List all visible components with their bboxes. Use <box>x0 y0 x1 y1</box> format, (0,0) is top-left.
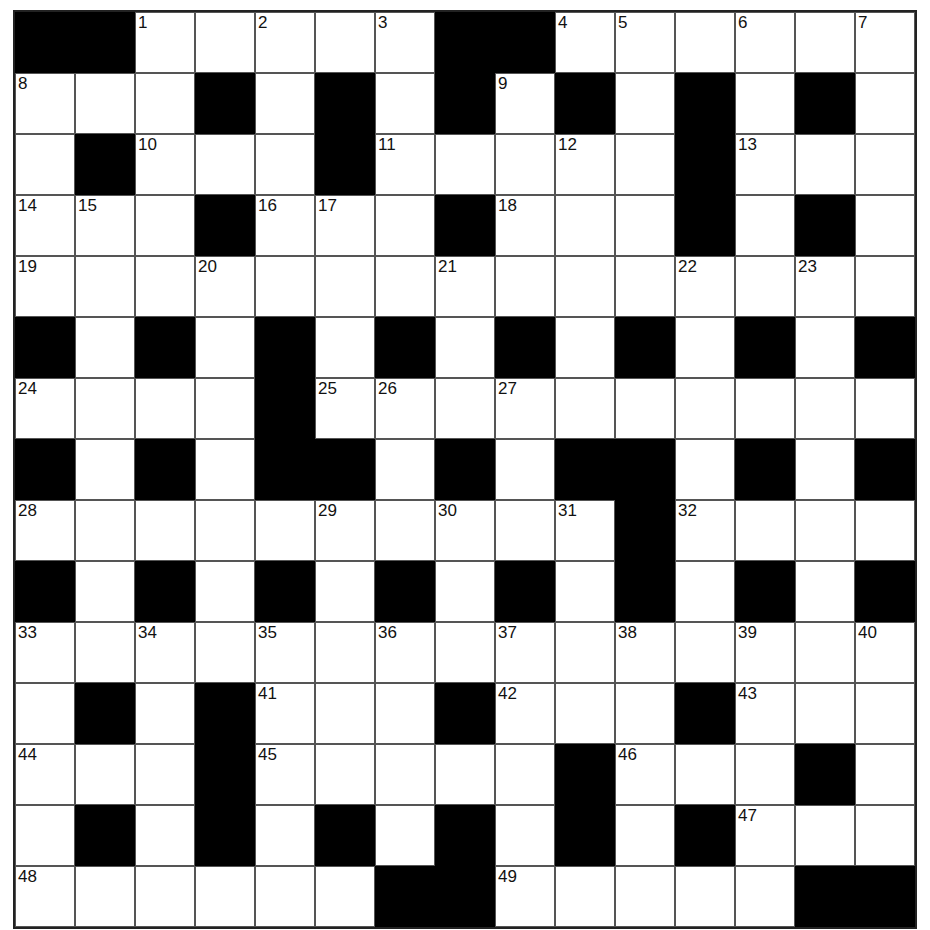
letter-cell[interactable]: 21 <box>435 256 495 317</box>
letter-cell[interactable] <box>135 195 195 256</box>
letter-cell[interactable]: 10 <box>135 134 195 195</box>
letter-cell[interactable] <box>195 317 255 378</box>
letter-cell[interactable] <box>375 683 435 744</box>
clue-number: 31 <box>558 501 577 521</box>
letter-cell[interactable] <box>375 744 435 805</box>
letter-cell[interactable] <box>855 805 915 866</box>
letter-cell[interactable] <box>795 378 855 439</box>
letter-cell[interactable] <box>855 378 915 439</box>
letter-cell[interactable] <box>315 561 375 622</box>
letter-cell[interactable] <box>795 622 855 683</box>
clue-number: 38 <box>618 623 637 643</box>
block-cell <box>435 683 495 744</box>
clue-number: 11 <box>378 135 396 155</box>
letter-cell[interactable] <box>795 500 855 561</box>
clue-number: 30 <box>438 501 457 521</box>
block-cell <box>855 561 915 622</box>
letter-cell[interactable] <box>615 195 675 256</box>
letter-cell[interactable]: 11 <box>375 134 435 195</box>
letter-cell[interactable] <box>495 500 555 561</box>
letter-cell[interactable] <box>615 378 675 439</box>
block-cell <box>195 73 255 134</box>
block-cell <box>495 561 555 622</box>
clue-number: 21 <box>438 257 457 277</box>
block-cell <box>135 561 195 622</box>
clue-number: 35 <box>258 623 277 643</box>
clue-number: 8 <box>18 74 27 94</box>
letter-cell[interactable] <box>795 561 855 622</box>
letter-cell[interactable] <box>75 256 135 317</box>
clue-number: 40 <box>858 623 877 643</box>
block-cell <box>195 195 255 256</box>
block-cell <box>615 500 675 561</box>
block-cell <box>435 73 495 134</box>
letter-cell[interactable] <box>495 439 555 500</box>
clue-number: 32 <box>678 501 697 521</box>
letter-cell[interactable] <box>375 256 435 317</box>
letter-cell[interactable] <box>735 256 795 317</box>
letter-cell[interactable] <box>615 134 675 195</box>
letter-cell[interactable] <box>675 866 735 927</box>
block-cell <box>255 439 315 500</box>
clue-number: 28 <box>18 501 37 521</box>
letter-cell[interactable]: 18 <box>495 195 555 256</box>
clue-number: 41 <box>258 684 277 704</box>
letter-cell[interactable] <box>675 317 735 378</box>
letter-cell[interactable] <box>315 622 375 683</box>
letter-cell[interactable] <box>795 12 855 73</box>
letter-cell[interactable]: 30 <box>435 500 495 561</box>
block-cell <box>615 317 675 378</box>
letter-cell[interactable] <box>675 561 735 622</box>
letter-cell[interactable] <box>195 866 255 927</box>
letter-cell[interactable]: 34 <box>135 622 195 683</box>
letter-cell[interactable] <box>195 561 255 622</box>
block-cell <box>675 195 735 256</box>
letter-cell[interactable] <box>615 805 675 866</box>
letter-cell[interactable] <box>435 317 495 378</box>
letter-cell[interactable] <box>735 195 795 256</box>
letter-cell[interactable]: 9 <box>495 73 555 134</box>
block-cell <box>615 561 675 622</box>
letter-cell[interactable]: 35 <box>255 622 315 683</box>
clue-number: 44 <box>18 745 37 765</box>
letter-cell[interactable]: 15 <box>75 195 135 256</box>
letter-cell[interactable] <box>795 439 855 500</box>
letter-cell[interactable]: 28 <box>15 500 75 561</box>
letter-cell[interactable]: 24 <box>15 378 75 439</box>
letter-cell[interactable] <box>675 439 735 500</box>
letter-cell[interactable] <box>735 73 795 134</box>
block-cell <box>435 12 495 73</box>
letter-cell[interactable] <box>75 561 135 622</box>
clue-number: 37 <box>498 623 517 643</box>
letter-cell[interactable] <box>135 866 195 927</box>
letter-cell[interactable]: 43 <box>735 683 795 744</box>
block-cell <box>795 195 855 256</box>
letter-cell[interactable] <box>555 317 615 378</box>
clue-number: 33 <box>18 623 37 643</box>
letter-cell[interactable] <box>855 195 915 256</box>
block-cell <box>255 561 315 622</box>
clue-number: 39 <box>738 623 757 643</box>
letter-cell[interactable] <box>435 378 495 439</box>
block-cell <box>75 805 135 866</box>
letter-cell[interactable] <box>795 805 855 866</box>
letter-cell[interactable] <box>675 378 735 439</box>
block-cell <box>15 439 75 500</box>
block-cell <box>795 73 855 134</box>
letter-cell[interactable]: 23 <box>795 256 855 317</box>
letter-cell[interactable] <box>315 317 375 378</box>
block-cell <box>195 805 255 866</box>
clue-number: 5 <box>618 13 627 33</box>
letter-cell[interactable] <box>135 683 195 744</box>
letter-cell[interactable] <box>135 805 195 866</box>
clue-number: 6 <box>738 13 747 33</box>
letter-cell[interactable] <box>435 744 495 805</box>
block-cell <box>855 439 915 500</box>
block-cell <box>495 12 555 73</box>
letter-cell[interactable]: 39 <box>735 622 795 683</box>
letter-cell[interactable] <box>75 317 135 378</box>
letter-cell[interactable]: 12 <box>555 134 615 195</box>
letter-cell[interactable]: 2 <box>255 12 315 73</box>
letter-cell[interactable] <box>735 866 795 927</box>
letter-cell[interactable]: 16 <box>255 195 315 256</box>
letter-cell[interactable] <box>435 622 495 683</box>
letter-cell[interactable] <box>315 256 375 317</box>
letter-cell[interactable] <box>855 683 915 744</box>
letter-cell[interactable]: 7 <box>855 12 915 73</box>
letter-cell[interactable] <box>555 256 615 317</box>
block-cell <box>375 317 435 378</box>
letter-cell[interactable]: 45 <box>255 744 315 805</box>
letter-cell[interactable] <box>795 134 855 195</box>
block-cell <box>255 378 315 439</box>
block-cell <box>615 439 675 500</box>
letter-cell[interactable]: 27 <box>495 378 555 439</box>
clue-number: 25 <box>318 379 337 399</box>
letter-cell[interactable] <box>435 134 495 195</box>
block-cell <box>675 805 735 866</box>
clue-number: 24 <box>18 379 37 399</box>
clue-number: 34 <box>138 623 157 643</box>
block-cell <box>75 12 135 73</box>
letter-cell[interactable] <box>75 500 135 561</box>
letter-cell[interactable] <box>375 73 435 134</box>
clue-number: 4 <box>558 13 567 33</box>
block-cell <box>795 866 855 927</box>
block-cell <box>855 866 915 927</box>
letter-cell[interactable] <box>735 744 795 805</box>
block-cell <box>315 439 375 500</box>
clue-number: 14 <box>18 196 37 216</box>
letter-cell[interactable] <box>15 805 75 866</box>
block-cell <box>15 561 75 622</box>
letter-cell[interactable]: 47 <box>735 805 795 866</box>
letter-cell[interactable] <box>375 195 435 256</box>
letter-cell[interactable]: 40 <box>855 622 915 683</box>
block-cell <box>555 805 615 866</box>
letter-cell[interactable] <box>375 439 435 500</box>
letter-cell[interactable] <box>855 73 915 134</box>
letter-cell[interactable] <box>195 439 255 500</box>
block-cell <box>135 439 195 500</box>
block-cell <box>435 805 495 866</box>
letter-cell[interactable] <box>555 561 615 622</box>
letter-cell[interactable]: 48 <box>15 866 75 927</box>
clue-number: 1 <box>138 13 147 33</box>
clue-number: 23 <box>798 257 817 277</box>
letter-cell[interactable] <box>75 378 135 439</box>
letter-cell[interactable] <box>555 683 615 744</box>
letter-cell[interactable] <box>315 683 375 744</box>
letter-cell[interactable]: 31 <box>555 500 615 561</box>
clue-number: 18 <box>498 196 517 216</box>
block-cell <box>735 317 795 378</box>
letter-cell[interactable] <box>15 134 75 195</box>
clue-number: 47 <box>738 806 757 826</box>
clue-number: 48 <box>18 867 37 887</box>
clue-number: 12 <box>558 135 577 155</box>
letter-cell[interactable]: 19 <box>15 256 75 317</box>
letter-cell[interactable]: 25 <box>315 378 375 439</box>
block-cell <box>675 683 735 744</box>
clue-number: 19 <box>18 257 37 277</box>
block-cell <box>315 134 375 195</box>
letter-cell[interactable] <box>495 134 555 195</box>
letter-cell[interactable]: 20 <box>195 256 255 317</box>
block-cell <box>315 73 375 134</box>
letter-cell[interactable] <box>735 378 795 439</box>
letter-cell[interactable]: 8 <box>15 73 75 134</box>
block-cell <box>555 439 615 500</box>
letter-cell[interactable] <box>255 866 315 927</box>
letter-cell[interactable] <box>855 500 915 561</box>
letter-cell[interactable] <box>195 500 255 561</box>
letter-cell[interactable] <box>135 744 195 805</box>
letter-cell[interactable] <box>495 744 555 805</box>
clue-number: 29 <box>318 501 337 521</box>
block-cell <box>195 683 255 744</box>
block-cell <box>435 866 495 927</box>
letter-cell[interactable] <box>675 12 735 73</box>
letter-cell[interactable] <box>315 12 375 73</box>
letter-cell[interactable] <box>75 439 135 500</box>
letter-cell[interactable] <box>495 256 555 317</box>
clue-number: 16 <box>258 196 277 216</box>
letter-cell[interactable]: 26 <box>375 378 435 439</box>
letter-cell[interactable]: 42 <box>495 683 555 744</box>
block-cell <box>135 317 195 378</box>
letter-cell[interactable] <box>615 866 675 927</box>
block-cell <box>555 744 615 805</box>
block-cell <box>195 744 255 805</box>
letter-cell[interactable] <box>195 12 255 73</box>
clue-number: 10 <box>138 135 157 155</box>
letter-cell[interactable] <box>195 378 255 439</box>
letter-cell[interactable]: 6 <box>735 12 795 73</box>
letter-cell[interactable] <box>675 622 735 683</box>
letter-cell[interactable] <box>195 134 255 195</box>
letter-cell[interactable]: 3 <box>375 12 435 73</box>
block-cell <box>735 561 795 622</box>
block-cell <box>735 439 795 500</box>
letter-cell[interactable]: 38 <box>615 622 675 683</box>
letter-cell[interactable] <box>555 195 615 256</box>
letter-cell[interactable] <box>135 256 195 317</box>
letter-cell[interactable]: 41 <box>255 683 315 744</box>
block-cell <box>675 73 735 134</box>
clue-number: 42 <box>498 684 517 704</box>
letter-cell[interactable] <box>855 134 915 195</box>
letter-cell[interactable] <box>375 805 435 866</box>
letter-cell[interactable] <box>195 622 255 683</box>
clue-number: 36 <box>378 623 397 643</box>
letter-cell[interactable]: 14 <box>15 195 75 256</box>
clue-number: 45 <box>258 745 277 765</box>
letter-cell[interactable] <box>615 73 675 134</box>
letter-cell[interactable] <box>675 744 735 805</box>
block-cell <box>675 134 735 195</box>
block-cell <box>495 317 555 378</box>
block-cell <box>15 12 75 73</box>
crossword-grid: 1234567891011121314151617181920212223242… <box>13 10 917 929</box>
block-cell <box>555 73 615 134</box>
block-cell <box>15 317 75 378</box>
block-cell <box>255 317 315 378</box>
clue-number: 13 <box>738 135 757 155</box>
letter-cell[interactable] <box>555 866 615 927</box>
letter-cell[interactable] <box>255 134 315 195</box>
block-cell <box>855 317 915 378</box>
clue-number: 49 <box>498 867 517 887</box>
letter-cell[interactable] <box>315 744 375 805</box>
clue-number: 26 <box>378 379 397 399</box>
clue-number: 43 <box>738 684 757 704</box>
letter-cell[interactable] <box>135 378 195 439</box>
letter-cell[interactable] <box>435 561 495 622</box>
letter-cell[interactable]: 32 <box>675 500 735 561</box>
block-cell <box>75 134 135 195</box>
letter-cell[interactable]: 17 <box>315 195 375 256</box>
clue-number: 3 <box>378 13 387 33</box>
letter-cell[interactable] <box>135 500 195 561</box>
letter-cell[interactable] <box>75 866 135 927</box>
letter-cell[interactable]: 22 <box>675 256 735 317</box>
letter-cell[interactable]: 46 <box>615 744 675 805</box>
letter-cell[interactable] <box>255 256 315 317</box>
block-cell <box>435 439 495 500</box>
letter-cell[interactable] <box>375 500 435 561</box>
clue-number: 9 <box>498 74 507 94</box>
letter-cell[interactable] <box>135 73 195 134</box>
letter-cell[interactable]: 36 <box>375 622 435 683</box>
block-cell <box>315 805 375 866</box>
letter-cell[interactable]: 49 <box>495 866 555 927</box>
letter-cell[interactable] <box>75 744 135 805</box>
letter-cell[interactable]: 1 <box>135 12 195 73</box>
letter-cell[interactable] <box>255 805 315 866</box>
letter-cell[interactable] <box>735 500 795 561</box>
clue-number: 22 <box>678 257 697 277</box>
letter-cell[interactable]: 33 <box>15 622 75 683</box>
clue-number: 2 <box>258 13 267 33</box>
block-cell <box>375 561 435 622</box>
letter-cell[interactable]: 44 <box>15 744 75 805</box>
letter-cell[interactable] <box>855 256 915 317</box>
clue-number: 15 <box>78 196 97 216</box>
clue-number: 27 <box>498 379 517 399</box>
letter-cell[interactable] <box>495 805 555 866</box>
letter-cell[interactable] <box>75 73 135 134</box>
letter-cell[interactable] <box>555 622 615 683</box>
letter-cell[interactable]: 4 <box>555 12 615 73</box>
letter-cell[interactable] <box>795 317 855 378</box>
letter-cell[interactable] <box>255 73 315 134</box>
block-cell <box>435 195 495 256</box>
letter-cell[interactable]: 37 <box>495 622 555 683</box>
letter-cell[interactable]: 5 <box>615 12 675 73</box>
letter-cell[interactable]: 13 <box>735 134 795 195</box>
block-cell <box>75 683 135 744</box>
letter-cell[interactable] <box>15 683 75 744</box>
letter-cell[interactable]: 29 <box>315 500 375 561</box>
clue-number: 7 <box>858 13 867 33</box>
letter-cell[interactable] <box>555 378 615 439</box>
letter-cell[interactable] <box>615 256 675 317</box>
block-cell <box>375 866 435 927</box>
clue-number: 46 <box>618 745 637 765</box>
block-cell <box>795 744 855 805</box>
letter-cell[interactable] <box>75 622 135 683</box>
clue-number: 20 <box>198 257 217 277</box>
letter-cell[interactable] <box>855 744 915 805</box>
letter-cell[interactable] <box>255 500 315 561</box>
letter-cell[interactable] <box>615 683 675 744</box>
letter-cell[interactable] <box>315 866 375 927</box>
letter-cell[interactable] <box>795 683 855 744</box>
clue-number: 17 <box>318 196 337 216</box>
